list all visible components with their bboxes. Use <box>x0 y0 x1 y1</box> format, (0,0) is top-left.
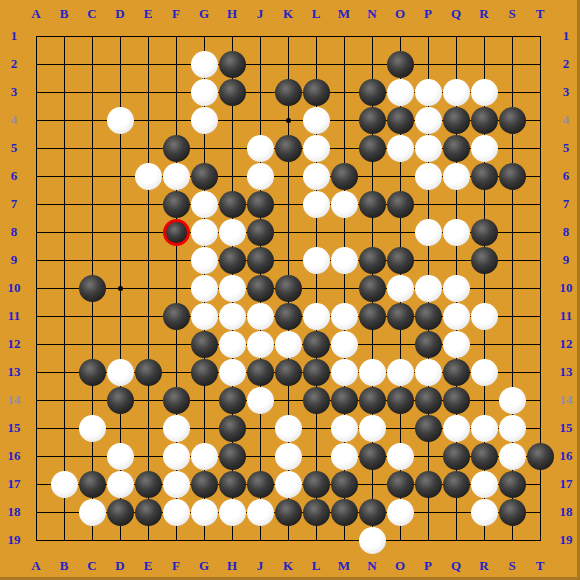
stone-black <box>359 275 386 302</box>
stone-black <box>471 443 498 470</box>
col-label-bottom: G <box>199 558 209 574</box>
row-label-right: 17 <box>560 476 573 492</box>
row-label-left: 16 <box>8 448 21 464</box>
stone-black <box>303 499 330 526</box>
stone-white <box>443 79 470 106</box>
stone-black <box>387 471 414 498</box>
stone-black <box>415 387 442 414</box>
stone-white <box>191 275 218 302</box>
stone-black <box>415 331 442 358</box>
row-label-right: 16 <box>560 448 573 464</box>
stone-white <box>359 415 386 442</box>
stone-black <box>275 303 302 330</box>
row-label-right: 12 <box>560 336 573 352</box>
stone-white <box>163 163 190 190</box>
stone-white <box>471 359 498 386</box>
stone-white <box>443 415 470 442</box>
row-label-left: 10 <box>8 280 21 296</box>
row-label-right: 8 <box>563 224 570 240</box>
row-label-right: 3 <box>563 84 570 100</box>
stone-white <box>387 499 414 526</box>
stone-black <box>443 359 470 386</box>
stone-white <box>415 163 442 190</box>
stone-black <box>359 135 386 162</box>
stone-white <box>415 107 442 134</box>
stone-black <box>499 471 526 498</box>
stone-white <box>107 471 134 498</box>
col-label-top: H <box>227 6 237 22</box>
stone-white <box>415 219 442 246</box>
stone-white <box>107 359 134 386</box>
stone-black <box>275 359 302 386</box>
stone-white <box>191 219 218 246</box>
col-label-top: O <box>395 6 405 22</box>
row-label-left: 4 <box>11 112 18 128</box>
stone-white <box>303 107 330 134</box>
row-label-left: 6 <box>11 168 18 184</box>
stone-white <box>499 387 526 414</box>
stone-white <box>219 219 246 246</box>
stone-white <box>275 471 302 498</box>
stone-white <box>331 443 358 470</box>
stone-black <box>331 471 358 498</box>
stone-black <box>527 443 554 470</box>
col-label-top: C <box>87 6 96 22</box>
row-label-left: 8 <box>11 224 18 240</box>
row-label-right: 5 <box>563 140 570 156</box>
stone-black <box>443 471 470 498</box>
stone-black <box>331 499 358 526</box>
stone-black <box>247 247 274 274</box>
col-label-bottom: A <box>31 558 40 574</box>
stone-white <box>331 247 358 274</box>
stone-black <box>359 191 386 218</box>
stone-white <box>471 303 498 330</box>
stone-white <box>387 135 414 162</box>
col-label-bottom: H <box>227 558 237 574</box>
stone-white <box>79 499 106 526</box>
stone-white <box>163 443 190 470</box>
row-label-right: 1 <box>563 28 570 44</box>
row-label-left: 3 <box>11 84 18 100</box>
stone-black <box>247 219 274 246</box>
stone-white <box>415 275 442 302</box>
grid-hline <box>36 540 541 541</box>
stone-white <box>303 303 330 330</box>
stone-black <box>303 331 330 358</box>
stone-white <box>415 359 442 386</box>
col-label-bottom: F <box>172 558 180 574</box>
stone-black <box>219 471 246 498</box>
stone-white <box>191 499 218 526</box>
stone-white <box>247 331 274 358</box>
stone-white <box>443 303 470 330</box>
stone-black <box>387 191 414 218</box>
row-label-right: 4 <box>563 112 570 128</box>
stone-white <box>443 331 470 358</box>
stone-black <box>471 163 498 190</box>
stone-black <box>443 135 470 162</box>
row-label-right: 6 <box>563 168 570 184</box>
stone-black <box>387 51 414 78</box>
stone-black <box>303 471 330 498</box>
stone-black <box>107 499 134 526</box>
row-label-right: 19 <box>560 532 573 548</box>
stone-black <box>331 163 358 190</box>
stone-black <box>219 415 246 442</box>
row-label-right: 18 <box>560 504 573 520</box>
stone-black <box>219 79 246 106</box>
col-label-top: B <box>60 6 69 22</box>
stone-black <box>359 387 386 414</box>
stone-black <box>303 387 330 414</box>
stone-white <box>331 191 358 218</box>
stone-white <box>471 79 498 106</box>
stone-white <box>443 219 470 246</box>
stone-white <box>303 191 330 218</box>
stone-white <box>191 79 218 106</box>
stone-black <box>191 359 218 386</box>
stone-white <box>191 191 218 218</box>
row-label-right: 2 <box>563 56 570 72</box>
stone-white <box>51 471 78 498</box>
row-label-right: 10 <box>560 280 573 296</box>
row-label-left: 19 <box>8 532 21 548</box>
stone-white <box>387 79 414 106</box>
row-label-right: 13 <box>560 364 573 380</box>
stone-white <box>163 415 190 442</box>
stone-black <box>135 471 162 498</box>
col-label-top: R <box>479 6 488 22</box>
stone-black <box>359 107 386 134</box>
stone-black <box>219 51 246 78</box>
stone-white <box>135 163 162 190</box>
stone-black <box>247 359 274 386</box>
stone-black <box>415 303 442 330</box>
stone-white <box>219 303 246 330</box>
col-label-bottom: E <box>144 558 153 574</box>
stone-black <box>219 443 246 470</box>
stone-black <box>443 387 470 414</box>
col-label-bottom: O <box>395 558 405 574</box>
stone-black <box>135 359 162 386</box>
stone-black <box>359 303 386 330</box>
stone-white <box>219 331 246 358</box>
last-move-marker <box>163 219 190 246</box>
col-label-bottom: B <box>60 558 69 574</box>
stone-black <box>359 79 386 106</box>
stone-black <box>135 499 162 526</box>
stone-black <box>331 387 358 414</box>
star-point <box>286 118 291 123</box>
stone-black <box>247 471 274 498</box>
col-label-bottom: Q <box>451 558 461 574</box>
row-label-right: 9 <box>563 252 570 268</box>
col-label-top: L <box>312 6 321 22</box>
stone-white <box>163 499 190 526</box>
stone-white <box>387 359 414 386</box>
stone-white <box>359 359 386 386</box>
row-label-left: 2 <box>11 56 18 72</box>
stone-white <box>471 135 498 162</box>
stone-black <box>219 247 246 274</box>
col-label-bottom: K <box>283 558 293 574</box>
stone-black <box>499 107 526 134</box>
row-label-right: 14 <box>560 392 573 408</box>
col-label-bottom: D <box>115 558 124 574</box>
stone-black <box>303 79 330 106</box>
stone-white <box>79 415 106 442</box>
stone-black <box>163 135 190 162</box>
col-label-top: K <box>283 6 293 22</box>
stone-black <box>79 275 106 302</box>
stone-black <box>275 499 302 526</box>
stone-black <box>415 415 442 442</box>
stone-white <box>415 79 442 106</box>
row-label-right: 7 <box>563 196 570 212</box>
stone-white <box>247 135 274 162</box>
stone-black <box>471 107 498 134</box>
row-label-left: 9 <box>11 252 18 268</box>
stone-black <box>191 163 218 190</box>
stone-black <box>387 247 414 274</box>
stone-white <box>191 51 218 78</box>
stone-black <box>79 471 106 498</box>
stone-black <box>471 219 498 246</box>
stone-white <box>443 275 470 302</box>
row-label-right: 11 <box>560 308 572 324</box>
row-label-left: 12 <box>8 336 21 352</box>
stone-black <box>387 387 414 414</box>
stone-white <box>331 415 358 442</box>
stone-white <box>191 107 218 134</box>
stone-white <box>219 499 246 526</box>
stone-black <box>163 387 190 414</box>
stone-white <box>359 527 386 554</box>
stone-black <box>443 107 470 134</box>
col-label-bottom: M <box>338 558 350 574</box>
col-label-top: G <box>199 6 209 22</box>
stone-black <box>191 471 218 498</box>
stone-black <box>219 387 246 414</box>
stone-white <box>191 247 218 274</box>
stone-white <box>499 415 526 442</box>
row-label-left: 5 <box>11 140 18 156</box>
stone-black <box>387 303 414 330</box>
row-label-right: 15 <box>560 420 573 436</box>
stone-black <box>471 247 498 274</box>
stone-black <box>499 499 526 526</box>
stone-white <box>387 275 414 302</box>
stone-white <box>387 443 414 470</box>
stone-white <box>107 443 134 470</box>
stone-white <box>247 163 274 190</box>
row-label-left: 14 <box>8 392 21 408</box>
col-label-bottom: T <box>536 558 545 574</box>
stone-white <box>303 163 330 190</box>
stone-white <box>443 163 470 190</box>
stone-black <box>415 471 442 498</box>
col-label-bottom: R <box>479 558 488 574</box>
row-label-left: 7 <box>11 196 18 212</box>
stone-white <box>471 415 498 442</box>
stone-white <box>247 387 274 414</box>
col-label-top: D <box>115 6 124 22</box>
stone-black <box>163 303 190 330</box>
row-label-left: 13 <box>8 364 21 380</box>
stone-black <box>191 331 218 358</box>
col-label-top: J <box>257 6 264 22</box>
stone-black <box>219 191 246 218</box>
col-label-top: S <box>508 6 515 22</box>
stone-white <box>275 415 302 442</box>
stone-white <box>303 135 330 162</box>
col-label-top: M <box>338 6 350 22</box>
stone-white <box>191 443 218 470</box>
stone-white <box>275 443 302 470</box>
col-label-bottom: C <box>87 558 96 574</box>
stone-black <box>359 499 386 526</box>
row-label-left: 1 <box>11 28 18 44</box>
stone-white <box>331 303 358 330</box>
row-label-left: 11 <box>8 308 20 324</box>
stone-black <box>359 247 386 274</box>
stone-white <box>247 499 274 526</box>
stone-black <box>387 107 414 134</box>
row-label-left: 18 <box>8 504 21 520</box>
stone-white <box>499 443 526 470</box>
stone-black <box>499 163 526 190</box>
col-label-top: F <box>172 6 180 22</box>
col-label-bottom: N <box>367 558 376 574</box>
col-label-top: A <box>31 6 40 22</box>
stone-white <box>247 303 274 330</box>
stone-white <box>163 471 190 498</box>
stone-black <box>359 443 386 470</box>
col-label-top: N <box>367 6 376 22</box>
col-label-bottom: P <box>424 558 432 574</box>
stone-black <box>163 191 190 218</box>
stone-black <box>107 387 134 414</box>
stone-black <box>275 135 302 162</box>
stone-white <box>219 275 246 302</box>
stone-white <box>219 359 246 386</box>
col-label-bottom: S <box>508 558 515 574</box>
stone-white <box>415 135 442 162</box>
stone-black <box>247 275 274 302</box>
go-board-window: AABBCCDDEEFFGGHHJJKKLLMMNNOOPPQQRRSSTT11… <box>0 0 580 580</box>
col-label-top: P <box>424 6 432 22</box>
col-label-top: T <box>536 6 545 22</box>
stone-black <box>275 79 302 106</box>
stone-black <box>303 359 330 386</box>
stone-white <box>331 359 358 386</box>
stone-black <box>79 359 106 386</box>
col-label-bottom: J <box>257 558 264 574</box>
stone-black <box>275 275 302 302</box>
row-label-left: 15 <box>8 420 21 436</box>
stone-white <box>275 331 302 358</box>
stone-black <box>443 443 470 470</box>
col-label-top: Q <box>451 6 461 22</box>
stone-white <box>191 303 218 330</box>
stone-white <box>471 499 498 526</box>
col-label-bottom: L <box>312 558 321 574</box>
stone-black <box>247 191 274 218</box>
stone-white <box>471 471 498 498</box>
col-label-top: E <box>144 6 153 22</box>
row-label-left: 17 <box>8 476 21 492</box>
star-point <box>118 286 123 291</box>
stone-white <box>331 331 358 358</box>
stone-white <box>303 247 330 274</box>
stone-white <box>107 107 134 134</box>
